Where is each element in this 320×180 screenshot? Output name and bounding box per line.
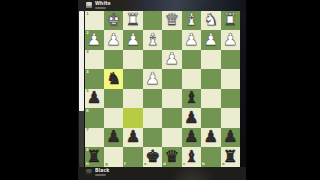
black-pawn: ♟	[126, 129, 141, 146]
white-bishop: ♝	[145, 32, 160, 49]
white-pawn: ♟	[126, 32, 141, 49]
square-h8[interactable]: 8h♜	[85, 147, 104, 166]
square-d8[interactable]: d♛	[162, 147, 181, 166]
white-rook: ♜	[126, 12, 141, 29]
square-f6[interactable]	[123, 108, 142, 127]
rank-label: 6	[86, 109, 89, 113]
file-label: a	[222, 162, 225, 166]
eval-bar	[79, 11, 84, 167]
white-pawn: ♟	[145, 71, 160, 88]
square-d3[interactable]: ♟	[162, 50, 181, 69]
square-g2[interactable]: ♟	[104, 30, 123, 49]
square-h1[interactable]: 1	[85, 11, 104, 30]
rank-label: 3	[86, 50, 89, 54]
square-b1[interactable]: ♞	[201, 11, 220, 30]
letterbox-background: White 1♚♜♛♝♞♜2♟♟♟♝♟♟♟3♟4♞♟5♟♝6♟7♟♟♟♟♟8h♜…	[0, 0, 320, 180]
phone-screen: White 1♚♜♛♝♞♜2♟♟♟♝♟♟♟3♟4♞♟5♟♝6♟7♟♟♟♟♟8h♜…	[78, 0, 246, 180]
black-pawn: ♟	[203, 129, 218, 146]
square-a2[interactable]: ♟	[221, 30, 240, 49]
square-c8[interactable]: c♝	[182, 147, 201, 166]
file-label: b	[202, 162, 205, 166]
square-b6[interactable]	[201, 108, 220, 127]
square-d1[interactable]: ♛	[162, 11, 181, 30]
black-pawn: ♟	[184, 110, 199, 127]
square-e6[interactable]	[143, 108, 162, 127]
square-c1[interactable]: ♝	[182, 11, 201, 30]
square-a7[interactable]: ♟	[221, 128, 240, 147]
square-h7[interactable]: 7	[85, 128, 104, 147]
white-pawn: ♟	[106, 32, 121, 49]
rank-label: 8	[86, 148, 89, 152]
square-b5[interactable]	[201, 89, 220, 108]
square-h5[interactable]: 5♟	[85, 89, 104, 108]
square-g6[interactable]	[104, 108, 123, 127]
black-bishop: ♝	[184, 90, 199, 107]
file-label: h	[86, 162, 89, 166]
white-rook: ♜	[223, 12, 238, 29]
rank-label: 4	[86, 70, 89, 74]
square-e3[interactable]	[143, 50, 162, 69]
file-label: e	[144, 162, 147, 166]
white-knight: ♞	[203, 12, 218, 29]
white-pawn: ♟	[87, 32, 102, 49]
file-label: d	[163, 162, 166, 166]
white-pawn: ♟	[223, 32, 238, 49]
square-b8[interactable]: b	[201, 147, 220, 166]
square-a5[interactable]	[221, 89, 240, 108]
square-h6[interactable]: 6	[85, 108, 104, 127]
file-label: c	[183, 162, 185, 166]
black-bishop: ♝	[184, 149, 199, 166]
black-pawn: ♟	[106, 129, 121, 146]
white-pawn: ♟	[184, 32, 199, 49]
black-pawn: ♟	[87, 90, 102, 107]
square-a4[interactable]	[221, 69, 240, 88]
square-c7[interactable]: ♟	[182, 128, 201, 147]
file-label: g	[105, 162, 108, 166]
white-pawn: ♟	[165, 51, 180, 68]
white-queen: ♛	[165, 12, 180, 29]
black-pawn: ♟	[223, 129, 238, 146]
black-knight: ♞	[106, 71, 121, 88]
square-b4[interactable]	[201, 69, 220, 88]
white-player-subtext	[95, 7, 106, 9]
square-c2[interactable]: ♟	[182, 30, 201, 49]
white-bishop: ♝	[184, 12, 199, 29]
square-f4[interactable]	[123, 69, 142, 88]
square-e1[interactable]	[143, 11, 162, 30]
square-a3[interactable]	[221, 50, 240, 69]
black-player-name: Black	[95, 168, 109, 173]
square-e4[interactable]: ♟	[143, 69, 162, 88]
square-a1[interactable]: ♜	[221, 11, 240, 30]
square-g3[interactable]	[104, 50, 123, 69]
eval-black-section	[79, 111, 84, 167]
square-a8[interactable]: a♜	[221, 147, 240, 166]
white-player-avatar[interactable]	[86, 2, 92, 8]
square-g8[interactable]: g	[104, 147, 123, 166]
square-d7[interactable]	[162, 128, 181, 147]
black-player-subtext	[95, 174, 106, 176]
square-e8[interactable]: e♚	[143, 147, 162, 166]
file-label: f	[124, 162, 126, 166]
black-pawn: ♟	[184, 129, 199, 146]
square-g5[interactable]	[104, 89, 123, 108]
rank-label: 5	[86, 89, 89, 93]
square-g7[interactable]: ♟	[104, 128, 123, 147]
black-rook: ♜	[223, 149, 238, 166]
square-c5[interactable]: ♝	[182, 89, 201, 108]
square-f3[interactable]	[123, 50, 142, 69]
rank-label: 1	[86, 12, 89, 16]
square-h2[interactable]: 2♟	[85, 30, 104, 49]
bottom-player-bar[interactable]: Black	[78, 167, 246, 180]
square-e5[interactable]	[143, 89, 162, 108]
rank-label: 2	[86, 31, 89, 35]
square-g4[interactable]: ♞	[104, 69, 123, 88]
white-king: ♚	[106, 12, 121, 29]
square-d4[interactable]	[162, 69, 181, 88]
white-pawn: ♟	[203, 32, 218, 49]
square-c4[interactable]	[182, 69, 201, 88]
square-d6[interactable]	[162, 108, 181, 127]
square-d5[interactable]	[162, 89, 181, 108]
black-king: ♚	[145, 149, 160, 166]
eval-white-section	[79, 11, 84, 111]
black-queen: ♛	[165, 149, 180, 166]
square-h4[interactable]: 4	[85, 69, 104, 88]
square-c3[interactable]	[182, 50, 201, 69]
black-player-avatar[interactable]	[86, 169, 92, 175]
square-b7[interactable]: ♟	[201, 128, 220, 147]
square-e2[interactable]: ♝	[143, 30, 162, 49]
square-b2[interactable]: ♟	[201, 30, 220, 49]
square-c6[interactable]: ♟	[182, 108, 201, 127]
square-f7[interactable]: ♟	[123, 128, 142, 147]
top-player-bar[interactable]: White	[78, 0, 246, 11]
square-f1[interactable]: ♜	[123, 11, 142, 30]
chess-board: 1♚♜♛♝♞♜2♟♟♟♝♟♟♟3♟4♞♟5♟♝6♟7♟♟♟♟♟8h♜gfe♚d♛…	[85, 11, 241, 167]
square-h3[interactable]: 3	[85, 50, 104, 69]
square-a6[interactable]	[221, 108, 240, 127]
white-player-name: White	[95, 1, 111, 6]
square-f5[interactable]	[123, 89, 142, 108]
black-rook: ♜	[87, 149, 102, 166]
square-g1[interactable]: ♚	[104, 11, 123, 30]
square-d2[interactable]	[162, 30, 181, 49]
rank-label: 7	[86, 128, 89, 132]
square-f8[interactable]: f	[123, 147, 142, 166]
square-b3[interactable]	[201, 50, 220, 69]
square-f2[interactable]: ♟	[123, 30, 142, 49]
square-e7[interactable]	[143, 128, 162, 147]
